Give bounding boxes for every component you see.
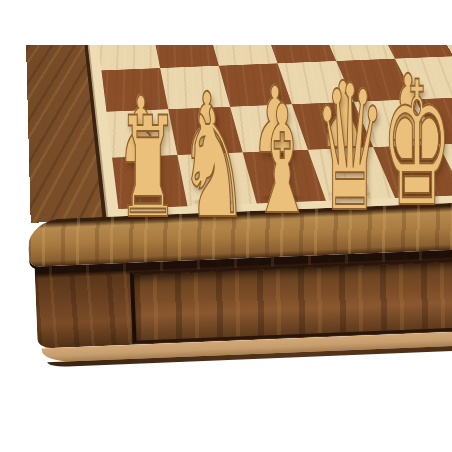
chess-set-product-photo: ♟ ♟ ♟ ♟ ♟ ♜ ♞ ♝ ♛ ♚ ♝ (0, 0, 452, 452)
piece-white-knight-b1[interactable]: ♞ (179, 89, 249, 239)
storage-drawer-front (130, 258, 452, 344)
square-c4[interactable] (209, 45, 278, 66)
piece-white-king-e1[interactable]: ♚ (382, 59, 452, 231)
piece-white-queen-d1[interactable]: ♛ (314, 62, 386, 236)
piece-white-rook-a1[interactable]: ♜ (117, 99, 179, 238)
piece-white-bishop-c1[interactable]: ♝ (250, 85, 313, 235)
square-a4[interactable] (97, 45, 160, 70)
square-b4[interactable] (153, 45, 219, 68)
